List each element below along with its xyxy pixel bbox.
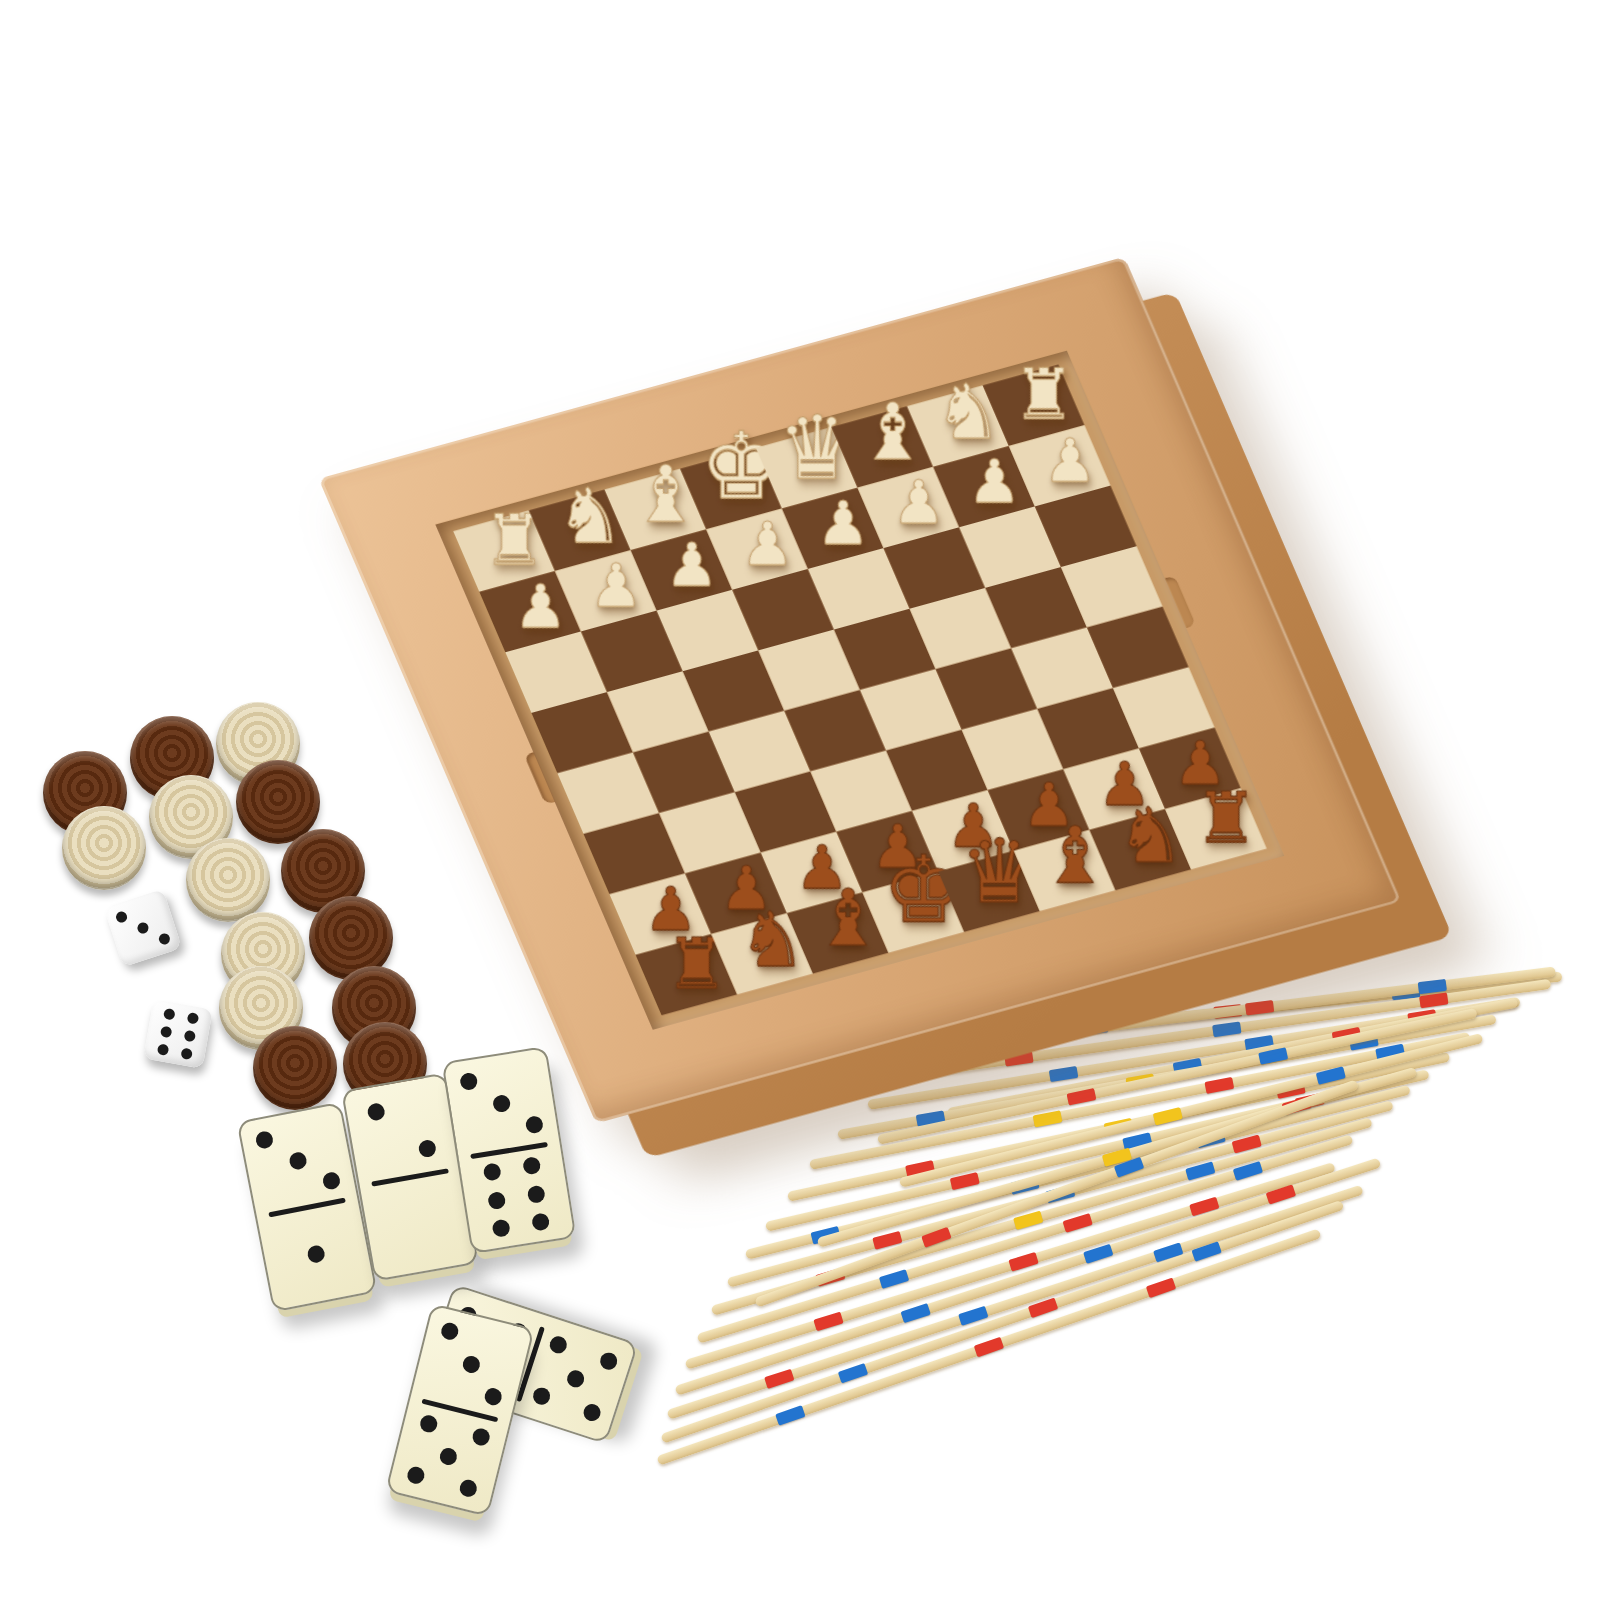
domino-half <box>459 1142 575 1252</box>
pip <box>418 1139 438 1159</box>
pip <box>419 1414 440 1435</box>
pip <box>522 1156 541 1175</box>
pip <box>406 1465 427 1486</box>
pip <box>531 1385 552 1406</box>
pip <box>321 1171 341 1191</box>
pip <box>547 1335 568 1356</box>
pip <box>582 1401 603 1422</box>
pip <box>366 1102 386 1122</box>
pip <box>255 1130 275 1150</box>
pip <box>470 1426 491 1447</box>
domino-half <box>444 1048 560 1158</box>
domino-lying-3-5[interactable] <box>385 1303 535 1517</box>
pip <box>598 1351 619 1372</box>
pip <box>524 1115 543 1134</box>
pip <box>482 1162 501 1181</box>
pip <box>527 1184 546 1203</box>
pip <box>531 1212 550 1231</box>
dominoes-layer <box>0 0 1601 1601</box>
pip <box>491 1219 510 1238</box>
pip <box>438 1446 459 1467</box>
pip <box>482 1386 503 1407</box>
pip <box>306 1244 326 1264</box>
pip <box>457 1478 478 1499</box>
pip <box>461 1354 482 1375</box>
pip <box>492 1093 511 1112</box>
pip <box>440 1321 461 1342</box>
pip <box>288 1150 308 1170</box>
pip <box>487 1190 506 1209</box>
pip <box>459 1072 478 1091</box>
pip <box>564 1368 585 1389</box>
scene: ♜♞♝♚♛♝♞♜♟♟♟♟♟♟♟♟♟♟♟♟♟♟♟♟♜♞♝♚♛♝♞♜ <box>0 0 1601 1601</box>
